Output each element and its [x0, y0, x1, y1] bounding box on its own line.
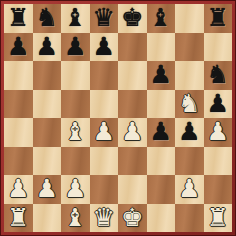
- black-rook-icon[interactable]: ♜: [7, 4, 29, 33]
- square-g6[interactable]: [175, 61, 204, 90]
- square-c7[interactable]: ♟: [61, 33, 90, 62]
- square-c1[interactable]: ♝: [61, 204, 90, 233]
- square-h5[interactable]: ♟: [204, 90, 233, 119]
- square-c2[interactable]: ♟: [61, 175, 90, 204]
- square-d1[interactable]: ♛: [90, 204, 119, 233]
- square-a2[interactable]: ♟: [4, 175, 33, 204]
- square-e3[interactable]: [118, 147, 147, 176]
- square-e5[interactable]: [118, 90, 147, 119]
- square-b4[interactable]: [33, 118, 62, 147]
- square-a3[interactable]: [4, 147, 33, 176]
- square-h8[interactable]: ♜: [204, 4, 233, 33]
- square-d5[interactable]: [90, 90, 119, 119]
- square-d2[interactable]: [90, 175, 119, 204]
- square-c6[interactable]: [61, 61, 90, 90]
- square-a1[interactable]: ♜: [4, 204, 33, 233]
- square-f3[interactable]: [147, 147, 176, 176]
- white-pawn-icon[interactable]: ♟: [207, 118, 229, 147]
- square-b6[interactable]: [33, 61, 62, 90]
- square-d6[interactable]: [90, 61, 119, 90]
- chess-board-frame: ♜♞♝♛♚♝♜♟♟♟♟♟♞♞♟♝♟♟♟♟♟♟♟♟♟♜♝♛♚♜: [0, 0, 236, 236]
- square-e7[interactable]: [118, 33, 147, 62]
- square-e2[interactable]: [118, 175, 147, 204]
- white-rook-icon[interactable]: ♜: [7, 204, 29, 233]
- black-bishop-icon[interactable]: ♝: [64, 4, 86, 33]
- square-b1[interactable]: [33, 204, 62, 233]
- black-knight-icon[interactable]: ♞: [207, 61, 229, 90]
- square-h2[interactable]: [204, 175, 233, 204]
- black-pawn-icon[interactable]: ♟: [207, 90, 229, 119]
- square-c4[interactable]: ♝: [61, 118, 90, 147]
- square-a5[interactable]: [4, 90, 33, 119]
- square-a6[interactable]: [4, 61, 33, 90]
- square-d7[interactable]: ♟: [90, 33, 119, 62]
- square-a8[interactable]: ♜: [4, 4, 33, 33]
- square-a7[interactable]: ♟: [4, 33, 33, 62]
- white-pawn-icon[interactable]: ♟: [36, 175, 58, 204]
- square-f7[interactable]: [147, 33, 176, 62]
- square-b8[interactable]: ♞: [33, 4, 62, 33]
- square-e4[interactable]: ♟: [118, 118, 147, 147]
- square-g1[interactable]: [175, 204, 204, 233]
- square-b5[interactable]: [33, 90, 62, 119]
- square-b3[interactable]: [33, 147, 62, 176]
- black-pawn-icon[interactable]: ♟: [64, 33, 86, 62]
- white-bishop-icon[interactable]: ♝: [64, 204, 86, 233]
- white-knight-icon[interactable]: ♞: [178, 90, 200, 119]
- black-pawn-icon[interactable]: ♟: [93, 33, 115, 62]
- black-knight-icon[interactable]: ♞: [36, 4, 58, 33]
- black-king-icon[interactable]: ♚: [121, 4, 143, 33]
- square-b7[interactable]: ♟: [33, 33, 62, 62]
- square-e1[interactable]: ♚: [118, 204, 147, 233]
- square-d4[interactable]: ♟: [90, 118, 119, 147]
- square-g7[interactable]: [175, 33, 204, 62]
- square-a4[interactable]: [4, 118, 33, 147]
- square-c5[interactable]: [61, 90, 90, 119]
- chess-board: ♜♞♝♛♚♝♜♟♟♟♟♟♞♞♟♝♟♟♟♟♟♟♟♟♟♜♝♛♚♜: [4, 4, 232, 232]
- square-f6[interactable]: ♟: [147, 61, 176, 90]
- white-queen-icon[interactable]: ♛: [93, 204, 115, 233]
- square-d3[interactable]: [90, 147, 119, 176]
- black-rook-icon[interactable]: ♜: [207, 4, 229, 33]
- square-g8[interactable]: [175, 4, 204, 33]
- square-g5[interactable]: ♞: [175, 90, 204, 119]
- square-f4[interactable]: ♟: [147, 118, 176, 147]
- square-b2[interactable]: ♟: [33, 175, 62, 204]
- white-rook-icon[interactable]: ♜: [207, 204, 229, 233]
- square-h6[interactable]: ♞: [204, 61, 233, 90]
- square-e8[interactable]: ♚: [118, 4, 147, 33]
- black-pawn-icon[interactable]: ♟: [36, 33, 58, 62]
- square-c3[interactable]: [61, 147, 90, 176]
- white-pawn-icon[interactable]: ♟: [93, 118, 115, 147]
- square-d8[interactable]: ♛: [90, 4, 119, 33]
- square-g4[interactable]: ♟: [175, 118, 204, 147]
- square-h7[interactable]: [204, 33, 233, 62]
- square-f5[interactable]: [147, 90, 176, 119]
- square-g3[interactable]: [175, 147, 204, 176]
- white-king-icon[interactable]: ♚: [121, 204, 143, 233]
- square-c8[interactable]: ♝: [61, 4, 90, 33]
- square-e6[interactable]: [118, 61, 147, 90]
- square-f8[interactable]: ♝: [147, 4, 176, 33]
- black-pawn-icon[interactable]: ♟: [7, 33, 29, 62]
- square-g2[interactable]: ♟: [175, 175, 204, 204]
- white-pawn-icon[interactable]: ♟: [121, 118, 143, 147]
- square-h1[interactable]: ♜: [204, 204, 233, 233]
- black-queen-icon[interactable]: ♛: [93, 4, 115, 33]
- square-h3[interactable]: [204, 147, 233, 176]
- square-f2[interactable]: [147, 175, 176, 204]
- white-pawn-icon[interactable]: ♟: [178, 175, 200, 204]
- white-pawn-icon[interactable]: ♟: [7, 175, 29, 204]
- black-pawn-icon[interactable]: ♟: [150, 61, 172, 90]
- black-bishop-icon[interactable]: ♝: [150, 4, 172, 33]
- square-f1[interactable]: [147, 204, 176, 233]
- square-h4[interactable]: ♟: [204, 118, 233, 147]
- black-pawn-icon[interactable]: ♟: [150, 118, 172, 147]
- black-pawn-icon[interactable]: ♟: [178, 118, 200, 147]
- white-bishop-icon[interactable]: ♝: [64, 118, 86, 147]
- white-pawn-icon[interactable]: ♟: [64, 175, 86, 204]
